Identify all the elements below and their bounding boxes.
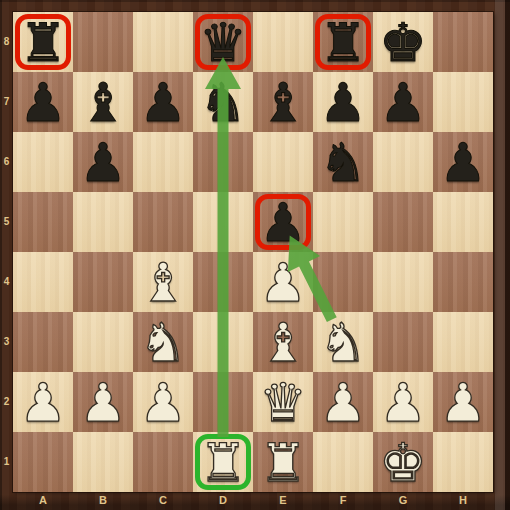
piece-black-rook-a8[interactable]: ♜ bbox=[13, 12, 73, 72]
file-label-c: C bbox=[133, 492, 193, 510]
board-frame: ♜♛♜♚♟♝♟♞♝♟♟♟♞♟♟♝♟♞♝♞♟♟♟♛♟♟♟♜♜♚ 87654321 … bbox=[0, 0, 510, 510]
piece-white-knight-c3[interactable]: ♞ bbox=[133, 312, 193, 372]
piece-black-pawn-c7[interactable]: ♟ bbox=[133, 72, 193, 132]
square-b6[interactable]: ♟ bbox=[73, 132, 133, 192]
square-b3[interactable] bbox=[73, 312, 133, 372]
file-label-h: H bbox=[433, 492, 493, 510]
piece-white-queen-e2[interactable]: ♛ bbox=[253, 372, 313, 432]
piece-black-knight-f6[interactable]: ♞ bbox=[313, 132, 373, 192]
square-c1[interactable] bbox=[133, 432, 193, 492]
square-d4[interactable] bbox=[193, 252, 253, 312]
piece-white-pawn-a2[interactable]: ♟ bbox=[13, 372, 73, 432]
square-b1[interactable] bbox=[73, 432, 133, 492]
square-d8[interactable]: ♛ bbox=[193, 12, 253, 72]
square-f5[interactable] bbox=[313, 192, 373, 252]
square-f6[interactable]: ♞ bbox=[313, 132, 373, 192]
rank-label-3: 3 bbox=[0, 312, 13, 372]
square-b8[interactable] bbox=[73, 12, 133, 72]
square-d7[interactable]: ♞ bbox=[193, 72, 253, 132]
rank-label-7: 7 bbox=[0, 72, 13, 132]
square-a7[interactable]: ♟ bbox=[13, 72, 73, 132]
square-h3[interactable] bbox=[433, 312, 493, 372]
square-h5[interactable] bbox=[433, 192, 493, 252]
square-a8[interactable]: ♜ bbox=[13, 12, 73, 72]
square-d3[interactable] bbox=[193, 312, 253, 372]
piece-black-pawn-h6[interactable]: ♟ bbox=[433, 132, 493, 192]
square-e3[interactable]: ♝ bbox=[253, 312, 313, 372]
square-c6[interactable] bbox=[133, 132, 193, 192]
square-f4[interactable] bbox=[313, 252, 373, 312]
square-d2[interactable] bbox=[193, 372, 253, 432]
piece-black-queen-d8[interactable]: ♛ bbox=[193, 12, 253, 72]
square-c5[interactable] bbox=[133, 192, 193, 252]
square-e4[interactable]: ♟ bbox=[253, 252, 313, 312]
square-h4[interactable] bbox=[433, 252, 493, 312]
piece-white-rook-d1[interactable]: ♜ bbox=[193, 432, 253, 492]
piece-white-pawn-g2[interactable]: ♟ bbox=[373, 372, 433, 432]
rank-label-2: 2 bbox=[0, 372, 13, 432]
square-h1[interactable] bbox=[433, 432, 493, 492]
square-f3[interactable]: ♞ bbox=[313, 312, 373, 372]
piece-black-pawn-a7[interactable]: ♟ bbox=[13, 72, 73, 132]
square-a6[interactable] bbox=[13, 132, 73, 192]
square-b7[interactable]: ♝ bbox=[73, 72, 133, 132]
piece-black-pawn-f7[interactable]: ♟ bbox=[313, 72, 373, 132]
piece-white-pawn-f2[interactable]: ♟ bbox=[313, 372, 373, 432]
square-c3[interactable]: ♞ bbox=[133, 312, 193, 372]
file-label-f: F bbox=[313, 492, 373, 510]
piece-black-pawn-b6[interactable]: ♟ bbox=[73, 132, 133, 192]
square-h8[interactable] bbox=[433, 12, 493, 72]
piece-black-king-g8[interactable]: ♚ bbox=[373, 12, 433, 72]
square-b5[interactable] bbox=[73, 192, 133, 252]
square-d6[interactable] bbox=[193, 132, 253, 192]
square-h7[interactable] bbox=[433, 72, 493, 132]
piece-white-pawn-e4[interactable]: ♟ bbox=[253, 252, 313, 312]
square-a3[interactable] bbox=[13, 312, 73, 372]
square-c4[interactable]: ♝ bbox=[133, 252, 193, 312]
square-f8[interactable]: ♜ bbox=[313, 12, 373, 72]
piece-white-bishop-c4[interactable]: ♝ bbox=[133, 252, 193, 312]
square-g5[interactable] bbox=[373, 192, 433, 252]
square-h2[interactable]: ♟ bbox=[433, 372, 493, 432]
square-g2[interactable]: ♟ bbox=[373, 372, 433, 432]
square-e8[interactable] bbox=[253, 12, 313, 72]
rank-label-8: 8 bbox=[0, 12, 13, 72]
piece-black-pawn-e5[interactable]: ♟ bbox=[253, 192, 313, 252]
piece-white-pawn-b2[interactable]: ♟ bbox=[73, 372, 133, 432]
square-g8[interactable]: ♚ bbox=[373, 12, 433, 72]
square-e5[interactable]: ♟ bbox=[253, 192, 313, 252]
square-g4[interactable] bbox=[373, 252, 433, 312]
square-b2[interactable]: ♟ bbox=[73, 372, 133, 432]
piece-white-pawn-h2[interactable]: ♟ bbox=[433, 372, 493, 432]
square-h6[interactable]: ♟ bbox=[433, 132, 493, 192]
piece-black-rook-f8[interactable]: ♜ bbox=[313, 12, 373, 72]
piece-white-rook-e1[interactable]: ♜ bbox=[253, 432, 313, 492]
file-label-b: B bbox=[73, 492, 133, 510]
rank-label-4: 4 bbox=[0, 252, 13, 312]
square-g1[interactable]: ♚ bbox=[373, 432, 433, 492]
square-g3[interactable] bbox=[373, 312, 433, 372]
rank-label-5: 5 bbox=[0, 192, 13, 252]
square-e2[interactable]: ♛ bbox=[253, 372, 313, 432]
square-d1[interactable]: ♜ bbox=[193, 432, 253, 492]
square-c7[interactable]: ♟ bbox=[133, 72, 193, 132]
square-g6[interactable] bbox=[373, 132, 433, 192]
square-a2[interactable]: ♟ bbox=[13, 372, 73, 432]
square-e1[interactable]: ♜ bbox=[253, 432, 313, 492]
square-e7[interactable]: ♝ bbox=[253, 72, 313, 132]
square-f2[interactable]: ♟ bbox=[313, 372, 373, 432]
piece-white-knight-f3[interactable]: ♞ bbox=[313, 312, 373, 372]
square-a1[interactable] bbox=[13, 432, 73, 492]
square-b4[interactable] bbox=[73, 252, 133, 312]
rank-label-6: 6 bbox=[0, 132, 13, 192]
file-label-a: A bbox=[13, 492, 73, 510]
square-g7[interactable]: ♟ bbox=[373, 72, 433, 132]
rank-label-1: 1 bbox=[0, 432, 13, 492]
piece-white-king-g1[interactable]: ♚ bbox=[373, 432, 433, 492]
file-label-e: E bbox=[253, 492, 313, 510]
chess-board: ♜♛♜♚♟♝♟♞♝♟♟♟♞♟♟♝♟♞♝♞♟♟♟♛♟♟♟♜♜♚ bbox=[13, 12, 493, 492]
piece-black-knight-d7[interactable]: ♞ bbox=[193, 72, 253, 132]
piece-black-pawn-g7[interactable]: ♟ bbox=[373, 72, 433, 132]
square-a5[interactable] bbox=[13, 192, 73, 252]
square-f7[interactable]: ♟ bbox=[313, 72, 373, 132]
piece-white-pawn-c2[interactable]: ♟ bbox=[133, 372, 193, 432]
square-c2[interactable]: ♟ bbox=[133, 372, 193, 432]
square-e6[interactable] bbox=[253, 132, 313, 192]
piece-white-bishop-e3[interactable]: ♝ bbox=[253, 312, 313, 372]
file-label-g: G bbox=[373, 492, 433, 510]
square-c8[interactable] bbox=[133, 12, 193, 72]
square-d5[interactable] bbox=[193, 192, 253, 252]
piece-black-bishop-e7[interactable]: ♝ bbox=[253, 72, 313, 132]
piece-black-bishop-b7[interactable]: ♝ bbox=[73, 72, 133, 132]
square-f1[interactable] bbox=[313, 432, 373, 492]
square-a4[interactable] bbox=[13, 252, 73, 312]
file-label-d: D bbox=[193, 492, 253, 510]
